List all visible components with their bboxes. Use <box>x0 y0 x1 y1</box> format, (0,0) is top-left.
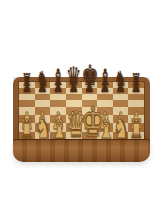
piece-white-knight-g1[interactable]: ♞ <box>113 112 129 142</box>
piece-black-pawn-e7[interactable]: ♟ <box>82 78 98 95</box>
piece-white-king-e1[interactable]: ♚ <box>82 102 98 143</box>
piece-black-pawn-b7[interactable]: ♟ <box>35 78 51 95</box>
piece-layer: ♜♞♝♛♚♝♞♜♟♟♟♟♟♟♟♟♟♟♟♟♟♟♟♟♜♞♝♛♚♝♞♜ <box>19 82 144 141</box>
piece-white-bishop-c1[interactable]: ♝ <box>50 110 66 142</box>
piece-white-knight-b1[interactable]: ♞ <box>35 112 51 142</box>
piece-white-bishop-f1[interactable]: ♝ <box>97 110 113 142</box>
piece-black-pawn-c7[interactable]: ♟ <box>50 78 66 95</box>
piece-black-pawn-f7[interactable]: ♟ <box>97 78 113 95</box>
chess-board: ♜♞♝♛♚♝♞♜♟♟♟♟♟♟♟♟♟♟♟♟♟♟♟♟♜♞♝♛♚♝♞♜ <box>13 77 150 162</box>
piece-black-pawn-a7[interactable]: ♟ <box>19 78 35 95</box>
piece-white-rook-a1[interactable]: ♜ <box>19 117 35 143</box>
piece-black-pawn-d7[interactable]: ♟ <box>66 78 82 95</box>
piece-black-pawn-g7[interactable]: ♟ <box>113 78 129 95</box>
product-photo-stage: ♜♞♝♛♚♝♞♜♟♟♟♟♟♟♟♟♟♟♟♟♟♟♟♟♜♞♝♛♚♝♞♜ <box>0 0 164 200</box>
piece-white-rook-h1[interactable]: ♜ <box>128 117 144 143</box>
piece-white-queen-d1[interactable]: ♛ <box>66 106 82 143</box>
piece-black-pawn-h7[interactable]: ♟ <box>128 78 144 95</box>
